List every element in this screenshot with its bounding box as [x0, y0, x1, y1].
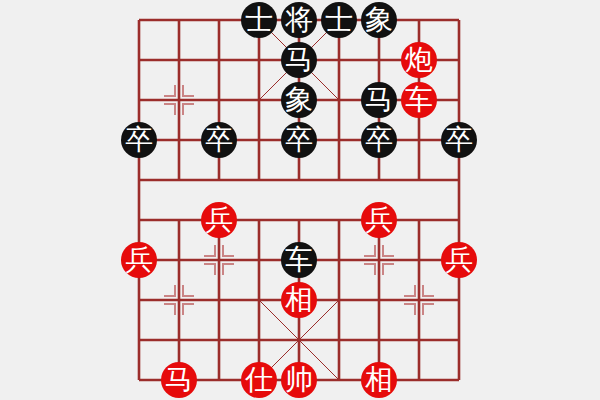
red-piece[interactable]: 相	[281, 282, 317, 318]
board-point-f0-r8[interactable]	[119, 320, 159, 360]
red-piece[interactable]: 兵	[121, 242, 157, 278]
board-point-f3-r9[interactable]: 仕	[239, 360, 279, 400]
board-point-f6-r9[interactable]: 相	[359, 360, 399, 400]
board-point-f0-r3[interactable]: 卒	[119, 120, 159, 160]
board-point-f7-r6[interactable]	[399, 240, 439, 280]
board-point-f8-r9[interactable]	[439, 360, 479, 400]
board-point-f2-r0[interactable]	[199, 0, 239, 40]
board-point-f8-r0[interactable]	[439, 0, 479, 40]
board-point-f0-r0[interactable]	[119, 0, 159, 40]
board-point-f6-r0[interactable]: 象	[359, 0, 399, 40]
board-point-f0-r5[interactable]	[119, 200, 159, 240]
red-piece[interactable]: 兵	[201, 202, 237, 238]
board-point-f8-r7[interactable]	[439, 280, 479, 320]
board-point-f4-r6[interactable]: 车	[279, 240, 319, 280]
board-point-f3-r8[interactable]	[239, 320, 279, 360]
board-point-f4-r9[interactable]: 帅	[279, 360, 319, 400]
board-point-f8-r5[interactable]	[439, 200, 479, 240]
board-point-f5-r2[interactable]	[319, 80, 359, 120]
red-piece[interactable]: 仕	[241, 362, 277, 398]
board-point-f2-r6[interactable]	[199, 240, 239, 280]
board-point-f3-r4[interactable]	[239, 160, 279, 200]
board-point-f2-r2[interactable]	[199, 80, 239, 120]
board-point-f3-r1[interactable]	[239, 40, 279, 80]
black-piece[interactable]: 马	[281, 42, 317, 78]
black-piece[interactable]: 卒	[281, 122, 317, 158]
board-point-f6-r6[interactable]	[359, 240, 399, 280]
board-point-f6-r3[interactable]: 卒	[359, 120, 399, 160]
board-point-f2-r4[interactable]	[199, 160, 239, 200]
board-point-f3-r0[interactable]: 士	[239, 0, 279, 40]
board-point-f3-r5[interactable]	[239, 200, 279, 240]
red-piece[interactable]: 炮	[401, 42, 437, 78]
black-piece[interactable]: 卒	[121, 122, 157, 158]
board-point-f5-r1[interactable]	[319, 40, 359, 80]
board-point-f4-r1[interactable]: 马	[279, 40, 319, 80]
board-point-f5-r3[interactable]	[319, 120, 359, 160]
black-piece[interactable]: 象	[361, 2, 397, 38]
board-point-f2-r7[interactable]	[199, 280, 239, 320]
black-piece[interactable]: 车	[281, 242, 317, 278]
board-point-f2-r8[interactable]	[199, 320, 239, 360]
board-point-f5-r8[interactable]	[319, 320, 359, 360]
board-point-f4-r7[interactable]: 相	[279, 280, 319, 320]
board-point-f0-r2[interactable]	[119, 80, 159, 120]
board-point-f7-r7[interactable]	[399, 280, 439, 320]
red-piece[interactable]: 兵	[361, 202, 397, 238]
board-point-f8-r8[interactable]	[439, 320, 479, 360]
black-piece[interactable]: 卒	[441, 122, 477, 158]
black-piece[interactable]: 马	[361, 82, 397, 118]
board-point-f1-r7[interactable]	[159, 280, 199, 320]
black-piece[interactable]: 卒	[201, 122, 237, 158]
board-point-f4-r3[interactable]: 卒	[279, 120, 319, 160]
board-point-f0-r9[interactable]	[119, 360, 159, 400]
board-point-f8-r2[interactable]	[439, 80, 479, 120]
board-point-f8-r6[interactable]: 兵	[439, 240, 479, 280]
board-point-f2-r3[interactable]: 卒	[199, 120, 239, 160]
board-point-f2-r9[interactable]	[199, 360, 239, 400]
red-piece[interactable]: 相	[361, 362, 397, 398]
board-point-f4-r8[interactable]	[279, 320, 319, 360]
board-point-f3-r7[interactable]	[239, 280, 279, 320]
board-point-f2-r1[interactable]	[199, 40, 239, 80]
board-point-f1-r2[interactable]	[159, 80, 199, 120]
board-point-f5-r0[interactable]: 士	[319, 0, 359, 40]
board-point-f2-r5[interactable]: 兵	[199, 200, 239, 240]
board-point-f4-r5[interactable]	[279, 200, 319, 240]
board-point-f1-r9[interactable]: 马	[159, 360, 199, 400]
board-point-f0-r6[interactable]: 兵	[119, 240, 159, 280]
xiangqi-board: 士将士象马炮象马车卒卒卒卒卒兵兵兵车兵相马仕帅相	[119, 0, 479, 400]
red-piece[interactable]: 兵	[441, 242, 477, 278]
board-point-f6-r5[interactable]: 兵	[359, 200, 399, 240]
board-point-f1-r6[interactable]	[159, 240, 199, 280]
red-piece[interactable]: 帅	[281, 362, 317, 398]
board-point-f6-r2[interactable]: 马	[359, 80, 399, 120]
board-point-f7-r2[interactable]: 车	[399, 80, 439, 120]
board-point-f8-r3[interactable]: 卒	[439, 120, 479, 160]
board-point-f7-r1[interactable]: 炮	[399, 40, 439, 80]
black-piece[interactable]: 卒	[361, 122, 397, 158]
board-point-f1-r0[interactable]	[159, 0, 199, 40]
board-point-f7-r0[interactable]	[399, 0, 439, 40]
board-point-f7-r4[interactable]	[399, 160, 439, 200]
black-piece[interactable]: 将	[281, 2, 317, 38]
board-point-f1-r3[interactable]	[159, 120, 199, 160]
board-point-f4-r4[interactable]	[279, 160, 319, 200]
board-point-f4-r0[interactable]: 将	[279, 0, 319, 40]
board-point-f7-r9[interactable]	[399, 360, 439, 400]
board-point-f6-r7[interactable]	[359, 280, 399, 320]
board-point-f0-r1[interactable]	[119, 40, 159, 80]
board-point-f3-r3[interactable]	[239, 120, 279, 160]
board-point-f3-r6[interactable]	[239, 240, 279, 280]
board-point-f8-r4[interactable]	[439, 160, 479, 200]
board-point-f7-r5[interactable]	[399, 200, 439, 240]
xiangqi-app: 士将士象马炮象马车卒卒卒卒卒兵兵兵车兵相马仕帅相	[0, 0, 600, 400]
board-point-f6-r8[interactable]	[359, 320, 399, 360]
board-point-f6-r4[interactable]	[359, 160, 399, 200]
board-point-f1-r4[interactable]	[159, 160, 199, 200]
board-point-f0-r7[interactable]	[119, 280, 159, 320]
red-piece[interactable]: 马	[161, 362, 197, 398]
board-point-f5-r5[interactable]	[319, 200, 359, 240]
board-point-f6-r1[interactable]	[359, 40, 399, 80]
black-piece[interactable]: 士	[241, 2, 277, 38]
black-piece[interactable]: 士	[321, 2, 357, 38]
board-point-f1-r5[interactable]	[159, 200, 199, 240]
board-point-f8-r1[interactable]	[439, 40, 479, 80]
board-point-f5-r7[interactable]	[319, 280, 359, 320]
board-point-f5-r6[interactable]	[319, 240, 359, 280]
board-point-f1-r1[interactable]	[159, 40, 199, 80]
board-point-f5-r9[interactable]	[319, 360, 359, 400]
board-point-f5-r4[interactable]	[319, 160, 359, 200]
board-point-f4-r2[interactable]: 象	[279, 80, 319, 120]
board-point-f0-r4[interactable]	[119, 160, 159, 200]
board-point-f3-r2[interactable]	[239, 80, 279, 120]
board-point-f7-r3[interactable]	[399, 120, 439, 160]
board-point-f7-r8[interactable]	[399, 320, 439, 360]
red-piece[interactable]: 车	[401, 82, 437, 118]
black-piece[interactable]: 象	[281, 82, 317, 118]
board-point-f1-r8[interactable]	[159, 320, 199, 360]
